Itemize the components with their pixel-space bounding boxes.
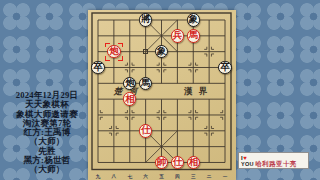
piece-red-horse: 馬 — [187, 29, 200, 42]
piece-red-elephant: 相 — [187, 156, 200, 169]
svg-text:四: 四 — [175, 174, 180, 180]
piece-glyph: 相 — [125, 94, 134, 103]
svg-text:五: 五 — [159, 174, 164, 179]
piece-glyph: 卒 — [93, 63, 102, 72]
piece-black-elephant: 象 — [187, 13, 200, 26]
piece-glyph: 象 — [157, 47, 166, 56]
watermark-you: YOU — [241, 162, 254, 168]
piece-grid: 將象兵馬炮象卒卒炮馬相仕帥仕相 — [90, 12, 233, 170]
piece-glyph: 卒 — [220, 63, 229, 72]
svg-text:二: 二 — [207, 174, 212, 179]
xiangqi-board: 楚河漢界九八七六五四三二一 將象兵馬炮象卒卒炮馬相仕帥仕相 — [88, 10, 236, 180]
piece-glyph: 象 — [189, 15, 198, 24]
piece-black-soldier: 卒 — [91, 61, 104, 74]
piece-red-advisor: 仕 — [139, 124, 152, 137]
svg-text:七: 七 — [127, 174, 132, 180]
piece-black-soldier: 卒 — [218, 61, 231, 74]
channel-name: 哈利路亚十亮 — [255, 161, 296, 168]
heart-icon: ♥ — [243, 155, 247, 161]
piece-glyph: 相 — [189, 158, 198, 167]
piece-red-cannon: 炮 — [107, 45, 120, 58]
piece-black-horse: 馬 — [139, 77, 152, 90]
svg-text:三: 三 — [191, 174, 196, 179]
piece-black-cannon: 炮 — [123, 77, 136, 90]
svg-text:一: 一 — [223, 174, 228, 179]
piece-red-soldier: 兵 — [171, 29, 184, 42]
channel-watermark: I ♥ YOU 哈利路亚十亮 — [238, 152, 309, 169]
piece-glyph: 兵 — [173, 31, 182, 40]
piece-glyph: 馬 — [189, 31, 198, 40]
svg-text:六: 六 — [142, 173, 148, 179]
piece-glyph: 炮 — [109, 47, 118, 56]
piece-glyph: 將 — [141, 15, 150, 24]
svg-text:八: 八 — [111, 173, 117, 179]
piece-glyph: 馬 — [141, 78, 150, 87]
svg-text:九: 九 — [95, 174, 101, 180]
piece-red-elephant: 相 — [123, 92, 136, 105]
piece-glyph: 帥 — [157, 158, 166, 167]
piece-red-advisor: 仕 — [171, 156, 184, 169]
piece-red-general: 帥 — [155, 156, 168, 169]
broadcast-frame: 2024年12月29日 天天象棋杯 象棋大师邀请赛 淘汰赛第7轮 红方:王禹博 … — [0, 0, 320, 180]
event-info-panel: 2024年12月29日 天天象棋杯 象棋大师邀请赛 淘汰赛第7轮 红方:王禹博 … — [3, 91, 91, 175]
piece-glyph: 仕 — [173, 158, 182, 167]
black-player-title: （大师） — [3, 165, 91, 174]
piece-glyph: 仕 — [141, 126, 150, 135]
piece-black-general: 將 — [139, 13, 152, 26]
piece-black-elephant: 象 — [155, 45, 168, 58]
last-move-origin-marker — [143, 49, 149, 55]
piece-glyph: 炮 — [125, 78, 134, 87]
